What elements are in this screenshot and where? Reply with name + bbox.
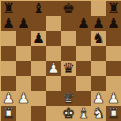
square-a4[interactable] <box>1 61 16 76</box>
square-d2[interactable] <box>46 91 61 106</box>
square-f1[interactable]: ♝ <box>76 106 91 121</box>
square-g2[interactable]: ♟ <box>91 91 106 106</box>
white-bishop-icon[interactable]: ♝ <box>77 106 90 121</box>
square-d1[interactable] <box>46 106 61 121</box>
square-e8[interactable]: ♚ <box>61 1 76 16</box>
square-f4[interactable] <box>76 61 91 76</box>
white-pawn-icon[interactable]: ♟ <box>92 91 105 106</box>
square-e5[interactable] <box>61 46 76 61</box>
square-e2[interactable]: ♛ <box>61 91 76 106</box>
square-d8[interactable] <box>46 1 61 16</box>
square-f6[interactable] <box>76 31 91 46</box>
square-h4[interactable] <box>106 61 121 76</box>
square-c2[interactable] <box>31 91 46 106</box>
square-g8[interactable] <box>91 1 106 16</box>
square-b4[interactable] <box>16 61 31 76</box>
square-b3[interactable] <box>16 76 31 91</box>
square-b7[interactable]: ♟ <box>16 16 31 31</box>
square-e6[interactable] <box>61 31 76 46</box>
square-e7[interactable] <box>61 16 76 31</box>
square-d7[interactable] <box>46 16 61 31</box>
square-b5[interactable] <box>16 46 31 61</box>
square-c4[interactable] <box>31 61 46 76</box>
white-rook-icon[interactable]: ♜ <box>2 106 15 121</box>
white-pawn-icon[interactable]: ♟ <box>17 91 30 106</box>
square-g4[interactable] <box>91 61 106 76</box>
square-f7[interactable]: ♟ <box>76 16 91 31</box>
square-a8[interactable]: ♜ <box>1 1 16 16</box>
square-d3[interactable] <box>46 76 61 91</box>
square-c6[interactable]: ♟ <box>31 31 46 46</box>
black-rook-icon[interactable]: ♜ <box>2 1 15 16</box>
square-b1[interactable] <box>16 106 31 121</box>
square-g1[interactable]: ♞ <box>91 106 106 121</box>
square-a3[interactable] <box>1 76 16 91</box>
white-pawn-icon[interactable]: ♟ <box>107 91 120 106</box>
square-h7[interactable]: ♟ <box>106 16 121 31</box>
square-h3[interactable] <box>106 76 121 91</box>
white-pawn-icon[interactable]: ♟ <box>47 61 60 76</box>
square-f2[interactable] <box>76 91 91 106</box>
square-e3[interactable] <box>61 76 76 91</box>
square-h1[interactable]: ♜ <box>106 106 121 121</box>
black-king-icon[interactable]: ♚ <box>62 1 75 16</box>
square-h2[interactable]: ♟ <box>106 91 121 106</box>
black-rook-icon[interactable]: ♜ <box>107 1 120 16</box>
square-c5[interactable] <box>31 46 46 61</box>
white-knight-icon[interactable]: ♞ <box>92 106 105 121</box>
white-pawn-icon[interactable]: ♟ <box>2 91 15 106</box>
black-pawn-icon[interactable]: ♟ <box>92 16 105 31</box>
square-f8[interactable] <box>76 1 91 16</box>
black-pawn-icon[interactable]: ♟ <box>77 16 90 31</box>
square-c7[interactable] <box>31 16 46 31</box>
square-c8[interactable]: ♝ <box>31 1 46 16</box>
square-f5[interactable] <box>76 46 91 61</box>
square-a2[interactable]: ♟ <box>1 91 16 106</box>
square-b8[interactable] <box>16 1 31 16</box>
square-a1[interactable]: ♜ <box>1 106 16 121</box>
square-d6[interactable] <box>46 31 61 46</box>
black-pawn-icon[interactable]: ♟ <box>107 16 120 31</box>
square-g6[interactable]: ♞ <box>91 31 106 46</box>
square-c1[interactable] <box>31 106 46 121</box>
square-g7[interactable]: ♟ <box>91 16 106 31</box>
square-a5[interactable] <box>1 46 16 61</box>
square-e4[interactable]: ♛ <box>61 61 76 76</box>
square-c3[interactable] <box>31 76 46 91</box>
chess-board: ♜♝♚♜♟♟♟♟♟♟♞♟♛♟♟♛♟♟♜♚♝♞♜ <box>1 1 121 121</box>
square-d4[interactable]: ♟ <box>46 61 61 76</box>
black-knight-icon[interactable]: ♞ <box>92 31 105 46</box>
square-f3[interactable] <box>76 76 91 91</box>
square-h6[interactable] <box>106 31 121 46</box>
square-e1[interactable]: ♚ <box>61 106 76 121</box>
square-a6[interactable] <box>1 31 16 46</box>
black-bishop-icon[interactable]: ♝ <box>32 1 45 16</box>
square-g5[interactable] <box>91 46 106 61</box>
chess-board-frame: ♜♝♚♜♟♟♟♟♟♟♞♟♛♟♟♛♟♟♜♚♝♞♜ <box>0 0 121 121</box>
white-rook-icon[interactable]: ♜ <box>107 106 120 121</box>
square-a7[interactable]: ♟ <box>1 16 16 31</box>
black-pawn-icon[interactable]: ♟ <box>17 16 30 31</box>
square-h8[interactable]: ♜ <box>106 1 121 16</box>
white-king-icon[interactable]: ♚ <box>62 106 75 121</box>
square-b6[interactable] <box>16 31 31 46</box>
square-g3[interactable] <box>91 76 106 91</box>
white-queen-icon[interactable]: ♛ <box>62 91 75 106</box>
black-pawn-icon[interactable]: ♟ <box>32 31 45 46</box>
square-b2[interactable]: ♟ <box>16 91 31 106</box>
black-queen-icon[interactable]: ♛ <box>62 61 75 76</box>
square-h5[interactable] <box>106 46 121 61</box>
black-pawn-icon[interactable]: ♟ <box>2 16 15 31</box>
square-d5[interactable] <box>46 46 61 61</box>
